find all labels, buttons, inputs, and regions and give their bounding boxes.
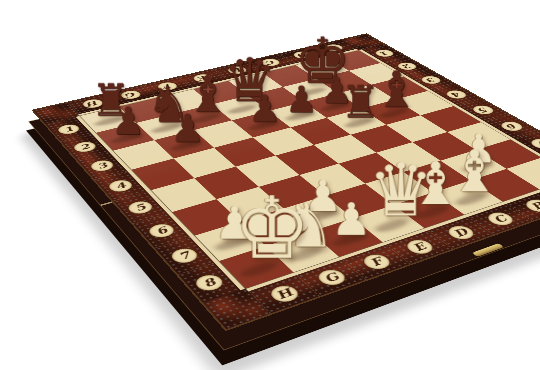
rank-label-right-1: 1 <box>372 49 396 58</box>
rank-label-right-6: 6 <box>497 120 526 132</box>
chess-board: 12345678 12345678 HGFEDCBA HGFEDCBA ♚♟♞♟… <box>31 33 540 331</box>
black-pawn-shadow <box>246 120 280 132</box>
black-king-shadow <box>297 86 329 97</box>
white-bishop-shadow <box>413 204 452 220</box>
white-knight-shadow <box>284 245 326 264</box>
rank-label-right-4: 4 <box>443 89 470 100</box>
rank-label-left-1: 1 <box>55 123 81 136</box>
file-label-far-g: G <box>118 89 143 100</box>
black-pawn-shadow <box>109 132 145 145</box>
white-bishop-c8: ♝ <box>449 143 498 201</box>
file-label-far-h: H <box>80 98 105 109</box>
chess-set-photo: 12345678 12345678 HGFEDCBA HGFEDCBA ♚♟♞♟… <box>0 0 540 370</box>
rank-label-right-5: 5 <box>469 104 497 116</box>
white-pawn-shadow <box>459 160 495 174</box>
white-pawn-shadow <box>301 208 340 225</box>
file-label-far-f: F <box>155 81 180 92</box>
rank-label-left-3: 3 <box>88 158 116 172</box>
black-queen-shadow <box>226 104 259 115</box>
file-label-near-b: B <box>521 198 540 214</box>
white-pawn-f7: ♟ <box>298 174 348 217</box>
file-label-near-e: E <box>402 238 437 257</box>
file-label-far-e: E <box>190 73 215 83</box>
black-knight-shadow <box>149 122 184 134</box>
rank-label-left-2: 2 <box>71 140 98 153</box>
rank-label-left-6: 6 <box>145 222 177 240</box>
file-label-far-b: B <box>290 50 314 59</box>
rank-label-left-5: 5 <box>125 199 156 215</box>
file-label-near-f: F <box>359 252 394 271</box>
rank-label-left-4: 4 <box>106 178 135 193</box>
board-3d-scene: 12345678 12345678 HGFEDCBA HGFEDCBA ♚♟♞♟… <box>0 0 540 370</box>
rank-label-left-7: 7 <box>168 246 201 265</box>
file-label-near-d: D <box>444 224 478 242</box>
white-pawn-shadow <box>329 231 370 249</box>
white-king-h8: ♚ <box>234 185 289 271</box>
black-pawn-shadow <box>168 139 204 152</box>
black-pawn-shadow <box>319 101 352 112</box>
file-label-near-g: G <box>314 267 350 287</box>
white-knight-g8: ♞ <box>280 195 333 256</box>
file-label-far-a: A <box>322 43 346 52</box>
black-pawn-shadow <box>283 110 316 122</box>
rank-label-right-3: 3 <box>418 75 444 85</box>
rank-label-right-2: 2 <box>394 61 419 71</box>
white-pawn-f8: ♟ <box>325 197 377 242</box>
white-bishop-shadow <box>452 192 490 208</box>
file-label-near-c: C <box>483 211 517 228</box>
black-rook-shadow <box>342 117 375 129</box>
file-label-far-c: C <box>258 58 282 68</box>
file-label-far-d: D <box>225 65 249 75</box>
white-pawn-shadow <box>212 235 254 253</box>
black-rook-shadow <box>92 115 126 127</box>
